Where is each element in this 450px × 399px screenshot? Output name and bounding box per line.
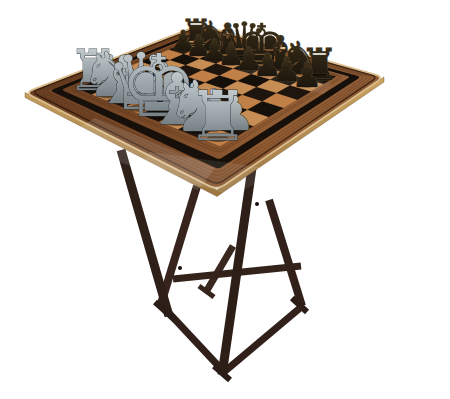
piece-white-rook-h1: ♜ [187, 77, 248, 156]
piece-glyph: ♟ [291, 55, 322, 95]
chess-table-scene: ♜♞♟♝♟♛♟♚♟♝♟♞♟♜♟♟♟♟♜♟♞♟♝♟♛♟♚♟♝♟♞♜ [0, 0, 450, 399]
chess-table-product-photo: ♜♞♟♝♟♛♟♚♟♝♟♞♟♜♟♟♟♟♜♟♞♟♝♟♛♟♚♟♝♟♞♜ [0, 0, 450, 399]
piece-black-pawn-h7: ♟ [291, 55, 322, 95]
piece-glyph: ♜ [187, 77, 248, 156]
pivot-bolt [255, 202, 259, 206]
pivot-bolt [178, 266, 182, 270]
